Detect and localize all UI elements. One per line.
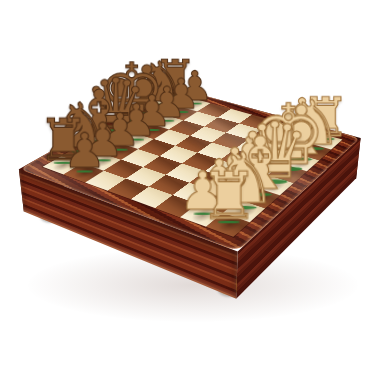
square-a1[interactable]: ♜ [206, 212, 249, 236]
chess-set-photo-scene: ♜♞♝♛♚♝♞♜♟♟♟♟♟♟♟♟♟♟♟♟♟♟♟♟♜♞♝♛♚♝♞♜ [0, 0, 385, 385]
white-rook-glyph: ♜ [175, 164, 280, 226]
black-pawn-glyph: ♟ [36, 128, 130, 174]
chess-box: ♜♞♝♛♚♝♞♜♟♟♟♟♟♟♟♟♟♟♟♟♟♟♟♟♜♞♝♛♚♝♞♜ [18, 85, 360, 251]
